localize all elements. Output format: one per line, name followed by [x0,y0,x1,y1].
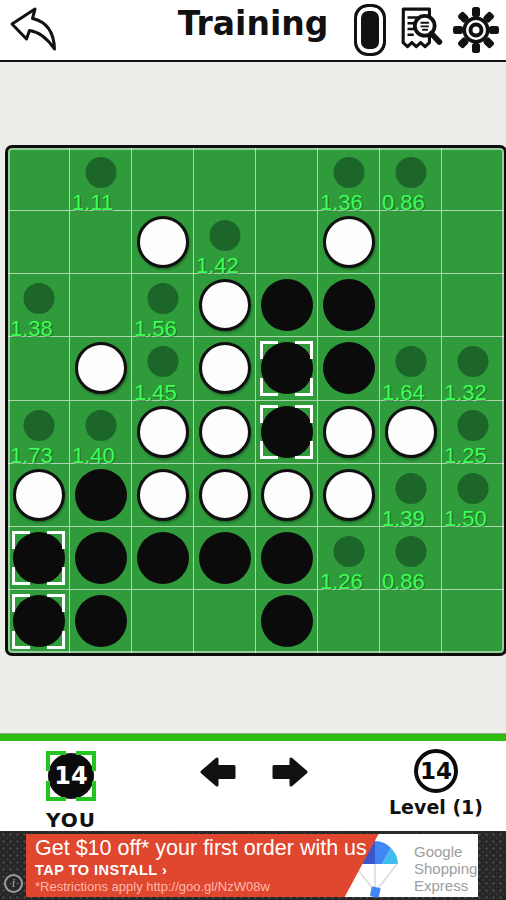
cell-d1[interactable] [194,590,256,653]
hint-dot [458,410,489,441]
cell-h1[interactable] [442,590,504,653]
cell-h3[interactable]: 1.50 [442,464,504,527]
disc-pill-button[interactable] [354,4,386,56]
player-score-you: 14 YOU [36,747,106,832]
cell-f1[interactable] [318,590,380,653]
cell-g8[interactable]: 0.86 [380,148,442,211]
hint-dot [333,157,364,188]
turn-progress-bar [0,733,506,741]
white-score-disc: 14 [414,749,458,793]
review-moves-button[interactable] [394,6,444,54]
cell-c1[interactable] [132,590,194,653]
cell-f7[interactable] [318,211,380,274]
white-disc [75,342,127,394]
settings-button[interactable] [452,6,500,54]
cell-d5[interactable] [194,337,256,400]
black-disc [261,279,313,331]
black-disc [261,406,313,458]
cell-h4[interactable]: 1.25 [442,401,504,464]
ad-banner[interactable]: Google Shopping Express Get $10 off* you… [0,831,506,900]
white-disc [137,469,189,521]
cell-e7[interactable] [256,211,318,274]
ad-brand-line2: Shopping [414,861,477,878]
right-arrow-icon [272,757,308,787]
cell-g4[interactable] [380,401,442,464]
cell-a4[interactable]: 1.73 [8,401,70,464]
ad-white-panel: Google Shopping Express Get $10 off* you… [26,834,478,897]
cell-e4[interactable] [256,401,318,464]
cell-h8[interactable] [442,148,504,211]
cell-d3[interactable] [194,464,256,527]
hint-dot [85,157,116,188]
hint-dot [147,283,178,314]
undo-move-button[interactable] [200,757,236,790]
cell-f6[interactable] [318,274,380,337]
header: Training [0,0,506,62]
cell-f5[interactable] [318,337,380,400]
cell-a8[interactable] [8,148,70,211]
cell-a1[interactable] [8,590,70,653]
review-magnifier-icon [394,6,444,54]
white-disc [199,469,251,521]
cell-d7[interactable]: 1.42 [194,211,256,274]
ad-red-area: Get $10 off* your first order with us TA… [26,834,478,897]
white-disc [385,406,437,458]
white-disc [13,469,65,521]
hint-dot [395,473,426,504]
board: 1.111.360.861.421.381.561.451.641.321.73… [5,145,506,656]
black-disc [13,532,65,584]
cell-c3[interactable] [132,464,194,527]
cell-b2[interactable] [70,527,132,590]
white-disc [323,406,375,458]
cell-d4[interactable] [194,401,256,464]
ad-headline: Get $10 off* your first order with us [35,836,367,861]
player-score-opponent: 14 Level (1) [386,749,486,818]
cell-e3[interactable] [256,464,318,527]
cell-c8[interactable] [132,148,194,211]
black-disc [75,532,127,584]
hint-dot [458,473,489,504]
hint-dot [458,346,489,377]
hint-dot [23,410,54,441]
hint-dot [395,346,426,377]
cell-g1[interactable] [380,590,442,653]
cell-b3[interactable] [70,464,132,527]
cell-f8[interactable]: 1.36 [318,148,380,211]
you-label: YOU [36,808,106,832]
cell-d8[interactable] [194,148,256,211]
cell-g6[interactable] [380,274,442,337]
cell-e6[interactable] [256,274,318,337]
ad-fine-print: *Restrictions apply http://goo.gl/NzW08w [35,879,270,894]
cell-c5[interactable]: 1.45 [132,337,194,400]
hint-dot [147,346,178,377]
cell-d6[interactable] [194,274,256,337]
white-disc [323,469,375,521]
black-disc [137,532,189,584]
hint-dot [23,283,54,314]
black-score-disc: 14 [48,753,94,799]
hint-dot [395,157,426,188]
hint-dot [395,536,426,567]
cell-d2[interactable] [194,527,256,590]
hint-dot [209,220,240,251]
cell-e2[interactable] [256,527,318,590]
black-disc [75,469,127,521]
ad-brand-line3: Express [414,878,477,895]
black-disc [261,532,313,584]
white-disc [323,216,375,268]
cell-f3[interactable] [318,464,380,527]
ad-brand: Google Shopping Express [414,844,477,894]
cell-g7[interactable] [380,211,442,274]
white-disc [199,279,251,331]
black-disc [323,342,375,394]
score-bar: 14 YOU 14 Level (1) [0,741,506,831]
black-disc [323,279,375,331]
cell-c6[interactable]: 1.56 [132,274,194,337]
white-disc [137,406,189,458]
ad-brand-line1: Google [414,844,477,861]
cell-b8[interactable]: 1.11 [70,148,132,211]
board-grid: 1.111.360.861.421.381.561.451.641.321.73… [8,148,504,653]
cell-c7[interactable] [132,211,194,274]
cell-a7[interactable] [8,211,70,274]
ad-info-icon[interactable]: i [4,874,23,893]
cell-e5[interactable] [256,337,318,400]
cell-g5[interactable]: 1.64 [380,337,442,400]
cell-b4[interactable]: 1.40 [70,401,132,464]
black-disc [199,532,251,584]
black-disc [13,595,65,647]
white-disc [199,406,251,458]
cell-b1[interactable] [70,590,132,653]
black-disc [261,342,313,394]
cell-b6[interactable] [70,274,132,337]
white-disc [199,342,251,394]
cell-e8[interactable] [256,148,318,211]
gear-icon [452,6,500,54]
cell-b7[interactable] [70,211,132,274]
redo-move-button[interactable] [272,757,308,790]
cell-f2[interactable]: 1.26 [318,527,380,590]
white-disc [137,216,189,268]
black-disc [261,595,313,647]
left-arrow-icon [200,757,236,787]
opponent-label: Level (1) [386,796,486,818]
header-icons [354,4,500,56]
cell-a5[interactable] [8,337,70,400]
cell-c2[interactable] [132,527,194,590]
white-disc [261,469,313,521]
cell-a2[interactable] [8,527,70,590]
app-screen: Training [0,0,506,900]
cell-c4[interactable] [132,401,194,464]
you-disc-wrap: 14 [42,747,100,805]
hint-dot [85,410,116,441]
cell-h7[interactable] [442,211,504,274]
cell-f4[interactable] [318,401,380,464]
cell-a6[interactable]: 1.38 [8,274,70,337]
cell-g2[interactable]: 0.86 [380,527,442,590]
disc-pill-icon [354,4,386,56]
cell-g3[interactable]: 1.39 [380,464,442,527]
hint-dot [333,536,364,567]
ad-cta[interactable]: TAP TO INSTALL › [35,862,167,878]
cell-e1[interactable] [256,590,318,653]
cell-a3[interactable] [8,464,70,527]
cell-h5[interactable]: 1.32 [442,337,504,400]
cell-h2[interactable] [442,527,504,590]
black-disc [75,595,127,647]
cell-b5[interactable] [70,337,132,400]
cell-h6[interactable] [442,274,504,337]
